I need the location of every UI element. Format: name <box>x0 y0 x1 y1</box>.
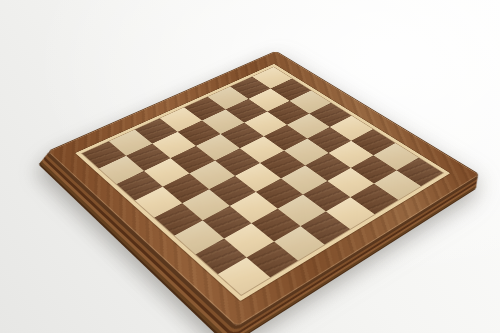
chess-board <box>82 67 443 295</box>
chess-board-frame <box>47 51 481 328</box>
product-photo <box>0 0 500 333</box>
maple-inlay-border <box>75 64 450 301</box>
